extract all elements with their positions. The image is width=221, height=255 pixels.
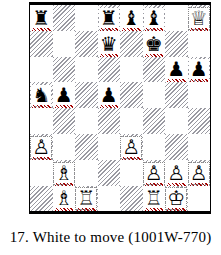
piece-underline	[145, 208, 164, 211]
square-f1[interactable]: ♖	[143, 186, 166, 212]
piece-underline	[32, 28, 51, 31]
square-c3[interactable]	[75, 134, 98, 160]
square-g3[interactable]	[165, 134, 188, 160]
square-e1[interactable]	[120, 186, 143, 212]
square-e6[interactable]	[120, 57, 143, 83]
piece-wp-e3: ♙	[121, 137, 141, 158]
square-g6[interactable]: ♟	[165, 57, 188, 83]
piece-underline	[100, 105, 119, 108]
square-e3[interactable]: ♙	[120, 134, 143, 160]
square-g2[interactable]: ♙	[165, 160, 188, 186]
square-c8[interactable]	[75, 5, 98, 31]
square-a1[interactable]	[30, 186, 53, 212]
square-b2[interactable]: ♗	[53, 160, 76, 186]
square-b8[interactable]	[53, 5, 76, 31]
piece-wk-g1: ♔	[166, 188, 186, 209]
chess-board-frame: ♜♜♝♝♕♛♚♟♟♞♟♟♙♙♗♙♙♙♗♖♖♔	[29, 2, 211, 214]
piece-bp-d5: ♟	[99, 85, 119, 106]
square-e7[interactable]	[120, 31, 143, 57]
piece-br-d8: ♜	[99, 8, 119, 29]
square-g1[interactable]: ♔	[165, 186, 188, 212]
piece-wp-f2: ♙	[144, 163, 164, 184]
piece-underline	[55, 105, 74, 108]
piece-underline	[32, 105, 51, 108]
square-g4[interactable]	[165, 108, 188, 134]
square-h6[interactable]: ♟	[188, 57, 211, 83]
piece-underline	[122, 28, 141, 31]
square-d7[interactable]: ♛	[98, 31, 121, 57]
piece-wr-c1: ♖	[76, 188, 96, 209]
square-d3[interactable]	[98, 134, 121, 160]
square-f4[interactable]	[143, 108, 166, 134]
square-h3[interactable]	[188, 134, 211, 160]
square-d5[interactable]: ♟	[98, 82, 121, 108]
square-g5[interactable]	[165, 82, 188, 108]
piece-bq-d7: ♛	[99, 34, 119, 55]
square-b7[interactable]	[53, 31, 76, 57]
square-a2[interactable]	[30, 160, 53, 186]
square-e5[interactable]	[120, 82, 143, 108]
square-b1[interactable]: ♗	[53, 186, 76, 212]
square-h4[interactable]	[188, 108, 211, 134]
square-e2[interactable]	[120, 160, 143, 186]
piece-bp-h6: ♟	[189, 59, 209, 80]
piece-underline	[167, 183, 186, 186]
square-c6[interactable]	[75, 57, 98, 83]
piece-underline	[122, 157, 141, 160]
piece-wr-f1: ♖	[144, 188, 164, 209]
square-d4[interactable]	[98, 108, 121, 134]
square-b3[interactable]	[53, 134, 76, 160]
piece-underline	[145, 183, 164, 186]
square-h7[interactable]	[188, 31, 211, 57]
piece-underline	[100, 54, 119, 57]
caption: 17. White to move (1001W-770)	[0, 229, 221, 246]
piece-underline	[190, 28, 209, 31]
piece-wb-b1: ♗	[54, 188, 74, 209]
piece-bb-e8: ♝	[121, 8, 141, 29]
square-h2[interactable]: ♙	[188, 160, 211, 186]
piece-underline	[100, 28, 119, 31]
square-d6[interactable]	[98, 57, 121, 83]
square-d1[interactable]	[98, 186, 121, 212]
square-h8[interactable]: ♕	[188, 5, 211, 31]
square-f8[interactable]: ♝	[143, 5, 166, 31]
piece-bp-g6: ♟	[166, 59, 186, 80]
piece-br-a8: ♜	[31, 8, 51, 29]
square-c7[interactable]	[75, 31, 98, 57]
piece-underline	[55, 183, 74, 186]
square-h5[interactable]	[188, 82, 211, 108]
piece-underline	[145, 54, 164, 57]
square-f6[interactable]	[143, 57, 166, 83]
piece-wp-a3: ♙	[31, 137, 51, 158]
square-c1[interactable]: ♖	[75, 186, 98, 212]
square-a4[interactable]	[30, 108, 53, 134]
piece-wp-h2: ♙	[189, 163, 209, 184]
square-g8[interactable]	[165, 5, 188, 31]
square-g7[interactable]	[165, 31, 188, 57]
square-f5[interactable]	[143, 82, 166, 108]
square-c5[interactable]	[75, 82, 98, 108]
square-h1[interactable]	[188, 186, 211, 212]
piece-underline	[167, 208, 186, 211]
piece-bp-b5: ♟	[54, 85, 74, 106]
piece-underline	[32, 157, 51, 160]
square-d8[interactable]: ♜	[98, 5, 121, 31]
chess-board: ♜♜♝♝♕♛♚♟♟♞♟♟♙♙♗♙♙♙♗♖♖♔	[30, 5, 210, 211]
piece-wb-b2: ♗	[54, 163, 74, 184]
square-c2[interactable]	[75, 160, 98, 186]
square-b5[interactable]: ♟	[53, 82, 76, 108]
piece-bb-f8: ♝	[144, 8, 164, 29]
square-c4[interactable]	[75, 108, 98, 134]
piece-bn-a5: ♞	[31, 85, 51, 106]
square-f7[interactable]: ♚	[143, 31, 166, 57]
square-a8[interactable]: ♜	[30, 5, 53, 31]
square-e8[interactable]: ♝	[120, 5, 143, 31]
square-b4[interactable]	[53, 108, 76, 134]
piece-underline	[167, 79, 186, 82]
square-a3[interactable]: ♙	[30, 134, 53, 160]
piece-wq-h8: ♕	[189, 8, 209, 29]
square-a7[interactable]	[30, 31, 53, 57]
square-a6[interactable]	[30, 57, 53, 83]
piece-wp-g2: ♙	[166, 163, 186, 184]
piece-underline	[190, 79, 209, 82]
piece-underline	[77, 208, 96, 211]
piece-underline	[145, 28, 164, 31]
square-e4[interactable]	[120, 108, 143, 134]
square-f3[interactable]	[143, 134, 166, 160]
piece-bk-f7: ♚	[144, 34, 164, 55]
square-f2[interactable]: ♙	[143, 160, 166, 186]
piece-underline	[190, 183, 209, 186]
piece-underline	[55, 208, 74, 211]
square-b6[interactable]	[53, 57, 76, 83]
square-d2[interactable]	[98, 160, 121, 186]
square-a5[interactable]: ♞	[30, 82, 53, 108]
